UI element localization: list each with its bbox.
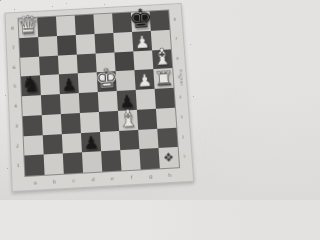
- square-f3: ♝: [118, 110, 138, 131]
- square-f7: [113, 32, 133, 52]
- square-h3: [156, 107, 176, 128]
- square-h1: ❖: [159, 147, 180, 168]
- corner-emblem-icon: ❖: [163, 151, 175, 164]
- square-c1: [63, 153, 83, 174]
- square-g6: [133, 50, 153, 70]
- square-d6: [77, 53, 97, 73]
- rank-label-left-4: 4: [11, 99, 20, 114]
- rank-label-left-8: 8: [8, 21, 17, 36]
- square-h4: [155, 88, 175, 109]
- rank-label-left-7: 7: [9, 40, 18, 55]
- square-e2: [100, 130, 120, 151]
- square-b6: [39, 55, 59, 75]
- file-label-c: c: [66, 175, 82, 186]
- square-a3: [23, 115, 43, 136]
- square-b2: [43, 134, 63, 155]
- square-g8: ♚: [131, 11, 151, 31]
- file-label-g: g: [143, 171, 159, 182]
- square-h6: ♝: [152, 49, 172, 69]
- square-b4: [41, 94, 61, 115]
- white-bishop-f3: ♝: [117, 106, 139, 130]
- file-label-e: e: [104, 173, 120, 184]
- black-pawn-d2: ♟: [83, 134, 99, 152]
- rank-label-left-1: 1: [14, 158, 23, 174]
- square-c4: [60, 93, 80, 114]
- black-pawn-f4: ♟: [119, 93, 135, 111]
- square-d2: ♟: [81, 132, 101, 153]
- square-a1: [24, 155, 44, 176]
- square-b5: [40, 75, 60, 96]
- square-h7: [151, 30, 171, 50]
- square-c7: [57, 35, 77, 55]
- square-g7: ♟: [132, 31, 152, 51]
- square-e3: [99, 111, 119, 132]
- black-pawn-c5: ♟: [61, 76, 77, 94]
- rank-label-left-3: 3: [12, 119, 21, 134]
- square-b3: [42, 114, 62, 135]
- table-dust-speckles: [0, 0, 1, 1]
- square-d5: [78, 72, 98, 93]
- square-c2: [62, 133, 82, 154]
- square-e1: [101, 150, 121, 171]
- white-rook-h5: ♜: [153, 68, 175, 89]
- white-bishop-h6: ♝: [151, 46, 173, 70]
- square-e8: [93, 14, 113, 34]
- square-g4: [136, 89, 156, 110]
- square-f1: [120, 149, 140, 170]
- square-g1: [139, 148, 159, 169]
- square-a6: [20, 56, 40, 76]
- square-c5: ♟: [59, 74, 79, 95]
- square-g2: [138, 128, 158, 149]
- file-label-d: d: [85, 174, 101, 185]
- square-h8: [150, 10, 170, 30]
- square-e6: [96, 52, 116, 72]
- file-label-f: f: [124, 172, 140, 183]
- square-e7: [95, 33, 115, 53]
- square-f6: [114, 51, 134, 71]
- rank-label-left-6: 6: [10, 60, 19, 75]
- square-d7: [76, 34, 96, 54]
- rank-label-right-3: 3: [177, 110, 186, 124]
- black-knight-a5: ♞: [21, 73, 42, 96]
- rank-label-left-2: 2: [13, 138, 22, 153]
- square-c8: [56, 16, 76, 36]
- rank-label-right-7: 7: [172, 32, 181, 46]
- square-e5: ♚: [97, 71, 117, 92]
- square-h5: ♜: [153, 68, 173, 89]
- chess-board: 87654321 87654321 ♛♚♟♝♞♟♚♟♜♟♝♟❖ abcdefgh…: [4, 3, 194, 192]
- square-d8: [75, 15, 95, 35]
- square-d4: [79, 92, 99, 113]
- square-a7: [19, 37, 39, 57]
- square-d1: [82, 151, 102, 172]
- square-a8: ♛: [19, 18, 39, 38]
- file-label-b: b: [47, 176, 63, 187]
- rank-label-left-5: 5: [11, 79, 20, 94]
- rank-label-right-8: 8: [170, 13, 179, 27]
- square-h2: [157, 127, 177, 148]
- square-f5: [116, 70, 136, 91]
- square-f8: [112, 13, 132, 33]
- square-f2: [119, 129, 139, 150]
- square-a4: [22, 95, 42, 116]
- square-f4: ♟: [117, 90, 137, 111]
- square-c3: [61, 113, 81, 134]
- square-e4: [98, 91, 118, 112]
- square-g5: ♟: [134, 69, 154, 90]
- square-g3: [137, 109, 157, 130]
- file-label-h: h: [162, 170, 178, 181]
- square-a2: [24, 135, 44, 156]
- square-a5: ♞: [21, 76, 41, 97]
- square-b7: [38, 36, 58, 56]
- file-label-a: a: [28, 177, 43, 188]
- white-pawn-g7: ♟: [134, 33, 150, 50]
- square-b1: [44, 154, 64, 175]
- square-c6: [58, 54, 78, 74]
- rank-label-right-1: 1: [180, 150, 189, 165]
- white-pawn-g5: ♟: [136, 72, 152, 90]
- board-grid: ♛♚♟♝♞♟♚♟♜♟♝♟❖: [19, 10, 179, 175]
- rank-label-right-2: 2: [178, 130, 187, 144]
- square-b8: [37, 17, 57, 37]
- square-d3: [80, 112, 100, 133]
